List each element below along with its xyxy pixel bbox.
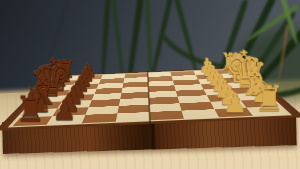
square-r6c3 bbox=[117, 104, 149, 113]
piece-bR: ♜ bbox=[14, 93, 45, 125]
plant-leaf bbox=[100, 0, 112, 84]
chess-photo-scene: ♜♟♟♜♞♟♟♞♝♟♟♝♚♟♟♚♛♟♟♛♝♟♟♝♞♟♟♞♜♟♟♜ bbox=[0, 0, 300, 169]
piece-bP: ♟ bbox=[52, 99, 76, 124]
square-r7c2 bbox=[81, 113, 117, 123]
square-r6c2 bbox=[85, 106, 119, 115]
square-r7c1: ♟ bbox=[47, 115, 85, 125]
square-r7c6: ♟ bbox=[214, 108, 253, 118]
square-r7c3 bbox=[116, 112, 150, 122]
board-maple-border: ♜♟♟♜♞♟♟♞♝♟♟♝♚♟♟♚♛♟♟♛♝♟♟♝♞♟♟♞♜♟♟♜ bbox=[8, 68, 292, 127]
board-grid: ♜♟♟♜♞♟♟♞♝♟♟♝♚♟♟♚♛♟♟♛♝♟♟♝♞♟♟♞♜♟♟♜ bbox=[13, 69, 288, 126]
square-r7c4 bbox=[149, 111, 184, 121]
piece-wP: ♟ bbox=[223, 91, 247, 116]
square-r7c5 bbox=[182, 109, 219, 119]
piece-wR: ♜ bbox=[254, 82, 285, 114]
square-r7c7: ♜ bbox=[246, 106, 287, 116]
